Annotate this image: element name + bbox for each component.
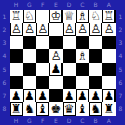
file-label-c: C [76, 116, 89, 125]
square-h6[interactable] [10, 76, 23, 89]
black-rook-piece[interactable]: ♜ [103, 103, 114, 115]
square-b5[interactable] [89, 63, 102, 76]
square-h5[interactable] [10, 63, 23, 76]
square-e1[interactable]: ♔ [49, 10, 62, 23]
black-pawn-piece[interactable]: ♟ [24, 90, 35, 102]
square-d4[interactable] [63, 49, 76, 62]
rank-label-8: 8 [0, 102, 9, 115]
square-e2[interactable] [49, 23, 62, 36]
square-c8[interactable]: ♝ [76, 102, 89, 115]
black-pawn-piece[interactable]: ♟ [90, 90, 101, 102]
square-b2[interactable]: ♙ [89, 23, 102, 36]
white-pawn-piece[interactable]: ♙ [11, 23, 22, 35]
square-g2[interactable]: ♙ [23, 23, 36, 36]
file-label-h: H [10, 0, 23, 9]
square-a2[interactable]: ♙ [102, 23, 115, 36]
white-bishop-piece[interactable]: ♗ [77, 50, 88, 62]
black-bishop-piece[interactable]: ♝ [37, 103, 48, 115]
rank-label-3: 3 [0, 36, 9, 49]
black-knight-piece[interactable]: ♞ [90, 103, 101, 115]
square-a6[interactable] [102, 76, 115, 89]
square-h8[interactable]: ♜ [10, 102, 23, 115]
square-e3[interactable] [49, 36, 62, 49]
rank-labels-left: 12345678 [0, 10, 9, 116]
square-b4[interactable] [89, 49, 102, 62]
file-labels-top: HGFEDCBA [10, 0, 116, 9]
file-label-g: G [23, 116, 36, 125]
square-g6[interactable] [23, 76, 36, 89]
black-pawn-piece[interactable]: ♟ [11, 90, 22, 102]
square-e6[interactable] [49, 76, 62, 89]
black-queen-piece[interactable]: ♛ [64, 103, 75, 115]
rank-label-5: 5 [0, 63, 9, 76]
rank-label-2: 2 [0, 23, 9, 36]
square-b1[interactable]: ♘ [89, 10, 102, 23]
rank-label-7: 7 [116, 89, 125, 102]
square-g4[interactable] [23, 49, 36, 62]
square-g8[interactable]: ♞ [23, 102, 36, 115]
rank-label-3: 3 [116, 36, 125, 49]
square-d2[interactable]: ♙ [63, 23, 76, 36]
white-pawn-piece[interactable]: ♙ [50, 50, 61, 62]
square-f3[interactable] [36, 36, 49, 49]
file-label-f: F [36, 116, 49, 125]
square-b3[interactable] [89, 36, 102, 49]
square-b7[interactable]: ♟ [89, 89, 102, 102]
square-f2[interactable]: ♙ [36, 23, 49, 36]
white-pawn-piece[interactable]: ♙ [64, 23, 75, 35]
white-queen-piece[interactable]: ♕ [64, 10, 75, 22]
file-label-h: H [10, 116, 23, 125]
square-h4[interactable] [10, 49, 23, 62]
rank-label-7: 7 [0, 89, 9, 102]
square-d3[interactable] [63, 36, 76, 49]
file-label-b: B [89, 116, 102, 125]
file-label-g: G [23, 0, 36, 9]
square-f8[interactable]: ♝ [36, 102, 49, 115]
square-c1[interactable]: ♗ [76, 10, 89, 23]
square-h2[interactable]: ♙ [10, 23, 23, 36]
black-pawn-piece[interactable]: ♟ [103, 90, 114, 102]
file-label-f: F [36, 0, 49, 9]
square-g3[interactable] [23, 36, 36, 49]
square-f7[interactable]: ♟ [36, 89, 49, 102]
white-rook-piece[interactable]: ♖ [11, 10, 22, 22]
file-label-a: A [102, 116, 115, 125]
square-a3[interactable] [102, 36, 115, 49]
rank-label-2: 2 [116, 23, 125, 36]
square-a7[interactable]: ♟ [102, 89, 115, 102]
white-bishop-piece[interactable]: ♗ [77, 10, 88, 22]
file-label-e: E [49, 0, 62, 9]
square-e8[interactable]: ♚ [49, 102, 62, 115]
square-f1[interactable] [36, 10, 49, 23]
file-label-c: C [76, 0, 89, 9]
square-g7[interactable]: ♟ [23, 89, 36, 102]
rank-label-6: 6 [116, 76, 125, 89]
chess-board-frame: HGFEDCBA HGFEDCBA 12345678 12345678 ♖♘♔♕… [0, 0, 125, 125]
black-pawn-piece[interactable]: ♟ [64, 90, 75, 102]
square-f4[interactable] [36, 49, 49, 62]
file-label-a: A [102, 0, 115, 9]
square-c6[interactable] [76, 76, 89, 89]
square-a5[interactable] [102, 63, 115, 76]
square-d7[interactable]: ♟ [63, 89, 76, 102]
rank-label-1: 1 [116, 10, 125, 23]
square-e7[interactable] [49, 89, 62, 102]
white-rook-piece[interactable]: ♖ [103, 10, 114, 22]
square-c3[interactable] [76, 36, 89, 49]
black-bishop-piece[interactable]: ♝ [77, 103, 88, 115]
white-pawn-piece[interactable]: ♙ [90, 23, 101, 35]
square-f5[interactable] [36, 63, 49, 76]
rank-label-4: 4 [0, 49, 9, 62]
square-f6[interactable] [36, 76, 49, 89]
square-d6[interactable] [63, 76, 76, 89]
white-pawn-piece[interactable]: ♙ [37, 23, 48, 35]
file-label-d: D [63, 116, 76, 125]
white-pawn-piece[interactable]: ♙ [24, 23, 35, 35]
square-d1[interactable]: ♕ [63, 10, 76, 23]
rank-label-4: 4 [116, 49, 125, 62]
square-h7[interactable]: ♟ [10, 89, 23, 102]
file-label-d: D [63, 0, 76, 9]
black-pawn-piece[interactable]: ♟ [77, 90, 88, 102]
square-g1[interactable]: ♘ [23, 10, 36, 23]
square-h1[interactable]: ♖ [10, 10, 23, 23]
square-a1[interactable]: ♖ [102, 10, 115, 23]
square-d5[interactable] [63, 63, 76, 76]
square-c2[interactable]: ♙ [76, 23, 89, 36]
white-king-piece[interactable]: ♔ [50, 10, 61, 22]
square-c7[interactable]: ♟ [76, 89, 89, 102]
square-a4[interactable] [102, 49, 115, 62]
white-pawn-piece[interactable]: ♙ [77, 23, 88, 35]
square-a8[interactable]: ♜ [102, 102, 115, 115]
square-c5[interactable] [76, 63, 89, 76]
rank-label-6: 6 [0, 76, 9, 89]
black-king-piece[interactable]: ♚ [50, 103, 61, 115]
black-pawn-piece[interactable]: ♟ [50, 63, 61, 75]
black-pawn-piece[interactable]: ♟ [37, 90, 48, 102]
square-b6[interactable] [89, 76, 102, 89]
file-label-e: E [49, 116, 62, 125]
rank-label-5: 5 [116, 63, 125, 76]
square-e4[interactable]: ♙ [49, 49, 62, 62]
square-b8[interactable]: ♞ [89, 102, 102, 115]
rank-label-8: 8 [116, 102, 125, 115]
square-c4[interactable]: ♗ [76, 49, 89, 62]
black-knight-piece[interactable]: ♞ [24, 103, 35, 115]
white-knight-piece[interactable]: ♘ [90, 10, 101, 22]
rank-label-1: 1 [0, 10, 9, 23]
file-labels-bottom: HGFEDCBA [10, 116, 116, 125]
square-e5[interactable]: ♟ [49, 63, 62, 76]
white-pawn-piece[interactable]: ♙ [103, 23, 114, 35]
square-d8[interactable]: ♛ [63, 102, 76, 115]
rank-labels-right: 12345678 [116, 10, 125, 116]
white-knight-piece[interactable]: ♘ [24, 10, 35, 22]
chess-board: ♖♘♔♕♗♘♖♙♙♙♙♙♙♙♙♗♟♟♟♟♟♟♟♟♜♞♝♚♛♝♞♜ [10, 10, 116, 116]
black-rook-piece[interactable]: ♜ [11, 103, 22, 115]
file-label-b: B [89, 0, 102, 9]
square-g5[interactable] [23, 63, 36, 76]
square-h3[interactable] [10, 36, 23, 49]
